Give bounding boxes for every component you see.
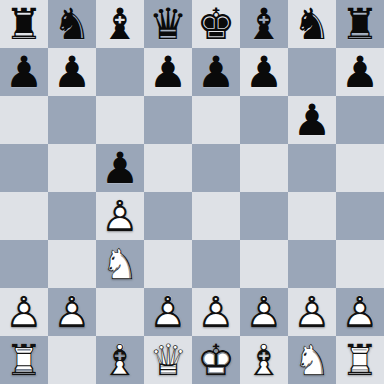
piece-white-pawn[interactable]: ♟♙ <box>96 192 144 240</box>
square-e3[interactable] <box>192 240 240 288</box>
piece-glyph: ♝ <box>240 0 288 48</box>
piece-black-pawn[interactable]: ♟ <box>96 144 144 192</box>
piece-outline-glyph: ♔ <box>192 336 240 384</box>
piece-white-pawn[interactable]: ♟♙ <box>240 288 288 336</box>
square-a5[interactable] <box>0 144 48 192</box>
piece-black-knight[interactable]: ♞ <box>48 0 96 48</box>
piece-glyph: ♜ <box>0 0 48 48</box>
piece-white-pawn[interactable]: ♟♙ <box>48 288 96 336</box>
piece-outline-glyph: ♙ <box>288 288 336 336</box>
square-f5[interactable] <box>240 144 288 192</box>
piece-glyph: ♟ <box>0 48 48 96</box>
square-f8[interactable]: ♝ <box>240 0 288 48</box>
piece-glyph: ♟ <box>96 144 144 192</box>
piece-outline-glyph: ♖ <box>336 336 384 384</box>
piece-glyph: ♞ <box>48 0 96 48</box>
piece-white-pawn[interactable]: ♟♙ <box>336 288 384 336</box>
square-d8[interactable]: ♛ <box>144 0 192 48</box>
square-c1[interactable]: ♝♗ <box>96 336 144 384</box>
square-f6[interactable] <box>240 96 288 144</box>
piece-outline-glyph: ♖ <box>0 336 48 384</box>
square-d6[interactable] <box>144 96 192 144</box>
square-g8[interactable]: ♞ <box>288 0 336 48</box>
piece-glyph: ♟ <box>192 48 240 96</box>
square-g7[interactable] <box>288 48 336 96</box>
square-h7[interactable]: ♟ <box>336 48 384 96</box>
square-h3[interactable] <box>336 240 384 288</box>
square-f1[interactable]: ♝♗ <box>240 336 288 384</box>
square-g1[interactable]: ♞♘ <box>288 336 336 384</box>
square-g2[interactable]: ♟♙ <box>288 288 336 336</box>
piece-outline-glyph: ♕ <box>144 336 192 384</box>
square-g3[interactable] <box>288 240 336 288</box>
piece-outline-glyph: ♗ <box>96 336 144 384</box>
piece-white-pawn[interactable]: ♟♙ <box>144 288 192 336</box>
square-c5[interactable]: ♟ <box>96 144 144 192</box>
piece-black-queen[interactable]: ♛ <box>144 0 192 48</box>
piece-glyph: ♚ <box>192 0 240 48</box>
piece-black-bishop[interactable]: ♝ <box>96 0 144 48</box>
piece-outline-glyph: ♙ <box>0 288 48 336</box>
square-a3[interactable] <box>0 240 48 288</box>
square-b3[interactable] <box>48 240 96 288</box>
piece-outline-glyph: ♙ <box>144 288 192 336</box>
square-h2[interactable]: ♟♙ <box>336 288 384 336</box>
piece-white-bishop[interactable]: ♝♗ <box>96 336 144 384</box>
piece-outline-glyph: ♙ <box>336 288 384 336</box>
square-h5[interactable] <box>336 144 384 192</box>
piece-white-queen[interactable]: ♛♕ <box>144 336 192 384</box>
piece-white-king[interactable]: ♚♔ <box>192 336 240 384</box>
square-a1[interactable]: ♜♖ <box>0 336 48 384</box>
square-b4[interactable] <box>48 192 96 240</box>
piece-white-pawn[interactable]: ♟♙ <box>288 288 336 336</box>
piece-black-king[interactable]: ♚ <box>192 0 240 48</box>
piece-outline-glyph: ♙ <box>48 288 96 336</box>
piece-black-rook[interactable]: ♜ <box>0 0 48 48</box>
square-a7[interactable]: ♟ <box>0 48 48 96</box>
square-d3[interactable] <box>144 240 192 288</box>
square-h4[interactable] <box>336 192 384 240</box>
chess-board: ♜♞♝♛♚♝♞♜♟♟♟♟♟♟♟♟♟♙♞♘♟♙♟♙♟♙♟♙♟♙♟♙♟♙♜♖♝♗♛♕… <box>0 0 384 384</box>
piece-black-pawn[interactable]: ♟ <box>0 48 48 96</box>
square-f2[interactable]: ♟♙ <box>240 288 288 336</box>
square-c2[interactable] <box>96 288 144 336</box>
square-a2[interactable]: ♟♙ <box>0 288 48 336</box>
piece-black-knight[interactable]: ♞ <box>288 0 336 48</box>
square-e5[interactable] <box>192 144 240 192</box>
piece-black-pawn[interactable]: ♟ <box>288 96 336 144</box>
piece-glyph: ♟ <box>48 48 96 96</box>
square-h8[interactable]: ♜ <box>336 0 384 48</box>
square-g6[interactable]: ♟ <box>288 96 336 144</box>
square-d7[interactable]: ♟ <box>144 48 192 96</box>
square-h1[interactable]: ♜♖ <box>336 336 384 384</box>
piece-white-pawn[interactable]: ♟♙ <box>192 288 240 336</box>
square-f3[interactable] <box>240 240 288 288</box>
square-c8[interactable]: ♝ <box>96 0 144 48</box>
piece-outline-glyph: ♙ <box>192 288 240 336</box>
square-c4[interactable]: ♟♙ <box>96 192 144 240</box>
piece-black-pawn[interactable]: ♟ <box>48 48 96 96</box>
square-c7[interactable] <box>96 48 144 96</box>
piece-outline-glyph: ♘ <box>96 240 144 288</box>
square-e7[interactable]: ♟ <box>192 48 240 96</box>
piece-outline-glyph: ♗ <box>240 336 288 384</box>
piece-outline-glyph: ♙ <box>240 288 288 336</box>
square-f7[interactable]: ♟ <box>240 48 288 96</box>
square-b6[interactable] <box>48 96 96 144</box>
square-a6[interactable] <box>0 96 48 144</box>
square-d2[interactable]: ♟♙ <box>144 288 192 336</box>
square-e6[interactable] <box>192 96 240 144</box>
square-f4[interactable] <box>240 192 288 240</box>
piece-black-pawn[interactable]: ♟ <box>336 48 384 96</box>
piece-black-bishop[interactable]: ♝ <box>240 0 288 48</box>
square-e1[interactable]: ♚♔ <box>192 336 240 384</box>
piece-black-pawn[interactable]: ♟ <box>144 48 192 96</box>
square-e4[interactable] <box>192 192 240 240</box>
square-b8[interactable]: ♞ <box>48 0 96 48</box>
square-c3[interactable]: ♞♘ <box>96 240 144 288</box>
piece-outline-glyph: ♙ <box>96 192 144 240</box>
piece-white-rook[interactable]: ♜♖ <box>336 336 384 384</box>
piece-glyph: ♟ <box>144 48 192 96</box>
piece-white-knight[interactable]: ♞♘ <box>288 336 336 384</box>
square-d4[interactable] <box>144 192 192 240</box>
square-a4[interactable] <box>0 192 48 240</box>
square-a8[interactable]: ♜ <box>0 0 48 48</box>
square-e2[interactable]: ♟♙ <box>192 288 240 336</box>
piece-glyph: ♟ <box>240 48 288 96</box>
piece-glyph: ♜ <box>336 0 384 48</box>
square-b2[interactable]: ♟♙ <box>48 288 96 336</box>
piece-white-bishop[interactable]: ♝♗ <box>240 336 288 384</box>
piece-glyph: ♟ <box>288 96 336 144</box>
square-d1[interactable]: ♛♕ <box>144 336 192 384</box>
square-h6[interactable] <box>336 96 384 144</box>
square-b5[interactable] <box>48 144 96 192</box>
piece-white-pawn[interactable]: ♟♙ <box>0 288 48 336</box>
piece-black-pawn[interactable]: ♟ <box>192 48 240 96</box>
piece-outline-glyph: ♘ <box>288 336 336 384</box>
piece-white-rook[interactable]: ♜♖ <box>0 336 48 384</box>
square-g4[interactable] <box>288 192 336 240</box>
square-b1[interactable] <box>48 336 96 384</box>
piece-glyph: ♛ <box>144 0 192 48</box>
piece-glyph: ♟ <box>336 48 384 96</box>
piece-white-knight[interactable]: ♞♘ <box>96 240 144 288</box>
piece-black-rook[interactable]: ♜ <box>336 0 384 48</box>
square-b7[interactable]: ♟ <box>48 48 96 96</box>
piece-glyph: ♞ <box>288 0 336 48</box>
square-e8[interactable]: ♚ <box>192 0 240 48</box>
square-c6[interactable] <box>96 96 144 144</box>
piece-glyph: ♝ <box>96 0 144 48</box>
piece-black-pawn[interactable]: ♟ <box>240 48 288 96</box>
square-d5[interactable] <box>144 144 192 192</box>
square-g5[interactable] <box>288 144 336 192</box>
